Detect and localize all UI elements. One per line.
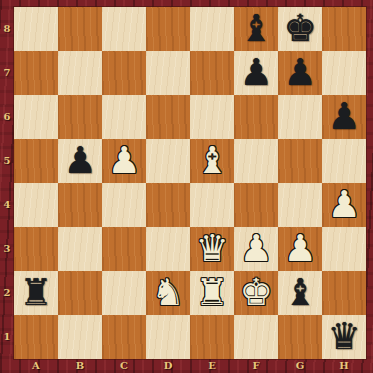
- square-d4[interactable]: [146, 183, 190, 227]
- black-bishop[interactable]: ♝: [283, 271, 316, 315]
- rank-labels: 87654321: [0, 7, 14, 359]
- square-c7[interactable]: [102, 51, 146, 95]
- square-d8[interactable]: [146, 7, 190, 51]
- square-e2[interactable]: ♜: [190, 271, 234, 315]
- file-label-f: F: [234, 359, 278, 373]
- file-label-h: H: [322, 359, 366, 373]
- square-c8[interactable]: [102, 7, 146, 51]
- square-e8[interactable]: [190, 7, 234, 51]
- file-label-a: A: [14, 359, 58, 373]
- rank-label-2: 2: [0, 271, 14, 315]
- square-b7[interactable]: [58, 51, 102, 95]
- white-rook[interactable]: ♜: [195, 271, 228, 315]
- black-king[interactable]: ♚: [283, 7, 316, 51]
- black-pawn[interactable]: ♟: [283, 51, 316, 95]
- square-g5[interactable]: [278, 139, 322, 183]
- square-b5[interactable]: ♟: [58, 139, 102, 183]
- square-g6[interactable]: [278, 95, 322, 139]
- square-g8[interactable]: ♚: [278, 7, 322, 51]
- square-c6[interactable]: [102, 95, 146, 139]
- file-label-b: B: [58, 359, 102, 373]
- square-e5[interactable]: ♝: [190, 139, 234, 183]
- square-g7[interactable]: ♟: [278, 51, 322, 95]
- square-a1[interactable]: [14, 315, 58, 359]
- square-h3[interactable]: [322, 227, 366, 271]
- square-d2[interactable]: ♞: [146, 271, 190, 315]
- square-h6[interactable]: ♟: [322, 95, 366, 139]
- square-c2[interactable]: [102, 271, 146, 315]
- square-a7[interactable]: [14, 51, 58, 95]
- square-a8[interactable]: [14, 7, 58, 51]
- square-h2[interactable]: [322, 271, 366, 315]
- square-f5[interactable]: [234, 139, 278, 183]
- rank-label-7: 7: [0, 51, 14, 95]
- black-queen[interactable]: ♛: [327, 315, 360, 359]
- black-pawn[interactable]: ♟: [327, 95, 360, 139]
- square-g1[interactable]: [278, 315, 322, 359]
- rank-label-4: 4: [0, 183, 14, 227]
- rank-label-1: 1: [0, 315, 14, 359]
- square-g4[interactable]: [278, 183, 322, 227]
- white-pawn[interactable]: ♟: [239, 227, 272, 271]
- square-e3[interactable]: ♛: [190, 227, 234, 271]
- square-a6[interactable]: [14, 95, 58, 139]
- black-pawn[interactable]: ♟: [63, 139, 96, 183]
- square-b3[interactable]: [58, 227, 102, 271]
- square-c4[interactable]: [102, 183, 146, 227]
- chess-board-frame: 87654321 ♝♚♟♟♟♟♟♝♟♛♟♟♜♞♜♚♝♛ ABCDEFGH: [0, 0, 373, 373]
- square-f2[interactable]: ♚: [234, 271, 278, 315]
- square-d1[interactable]: [146, 315, 190, 359]
- square-f1[interactable]: [234, 315, 278, 359]
- black-bishop[interactable]: ♝: [239, 7, 272, 51]
- square-f3[interactable]: ♟: [234, 227, 278, 271]
- square-d7[interactable]: [146, 51, 190, 95]
- rank-label-5: 5: [0, 139, 14, 183]
- square-a4[interactable]: [14, 183, 58, 227]
- square-g2[interactable]: ♝: [278, 271, 322, 315]
- square-d5[interactable]: [146, 139, 190, 183]
- square-e6[interactable]: [190, 95, 234, 139]
- square-e4[interactable]: [190, 183, 234, 227]
- square-b1[interactable]: [58, 315, 102, 359]
- square-a2[interactable]: ♜: [14, 271, 58, 315]
- file-label-e: E: [190, 359, 234, 373]
- square-f4[interactable]: [234, 183, 278, 227]
- square-b2[interactable]: [58, 271, 102, 315]
- square-g3[interactable]: ♟: [278, 227, 322, 271]
- rank-label-3: 3: [0, 227, 14, 271]
- file-label-c: C: [102, 359, 146, 373]
- square-c3[interactable]: [102, 227, 146, 271]
- square-c1[interactable]: [102, 315, 146, 359]
- square-a5[interactable]: [14, 139, 58, 183]
- square-h4[interactable]: ♟: [322, 183, 366, 227]
- white-pawn[interactable]: ♟: [327, 183, 360, 227]
- square-e7[interactable]: [190, 51, 234, 95]
- chess-board[interactable]: ♝♚♟♟♟♟♟♝♟♛♟♟♜♞♜♚♝♛: [14, 7, 366, 359]
- file-label-d: D: [146, 359, 190, 373]
- square-f8[interactable]: ♝: [234, 7, 278, 51]
- square-f6[interactable]: [234, 95, 278, 139]
- square-a3[interactable]: [14, 227, 58, 271]
- white-pawn[interactable]: ♟: [107, 139, 140, 183]
- square-h5[interactable]: [322, 139, 366, 183]
- white-queen[interactable]: ♛: [195, 227, 228, 271]
- file-labels: ABCDEFGH: [14, 359, 366, 373]
- square-b6[interactable]: [58, 95, 102, 139]
- white-pawn[interactable]: ♟: [283, 227, 316, 271]
- square-f7[interactable]: ♟: [234, 51, 278, 95]
- square-d3[interactable]: [146, 227, 190, 271]
- rank-label-6: 6: [0, 95, 14, 139]
- white-king[interactable]: ♚: [239, 271, 272, 315]
- white-knight[interactable]: ♞: [151, 271, 184, 315]
- square-h1[interactable]: ♛: [322, 315, 366, 359]
- black-pawn[interactable]: ♟: [239, 51, 272, 95]
- square-b4[interactable]: [58, 183, 102, 227]
- square-e1[interactable]: [190, 315, 234, 359]
- square-h7[interactable]: [322, 51, 366, 95]
- white-bishop[interactable]: ♝: [195, 139, 228, 183]
- black-rook[interactable]: ♜: [19, 271, 52, 315]
- square-h8[interactable]: [322, 7, 366, 51]
- file-label-g: G: [278, 359, 322, 373]
- square-c5[interactable]: ♟: [102, 139, 146, 183]
- square-b8[interactable]: [58, 7, 102, 51]
- square-d6[interactable]: [146, 95, 190, 139]
- rank-label-8: 8: [0, 7, 14, 51]
